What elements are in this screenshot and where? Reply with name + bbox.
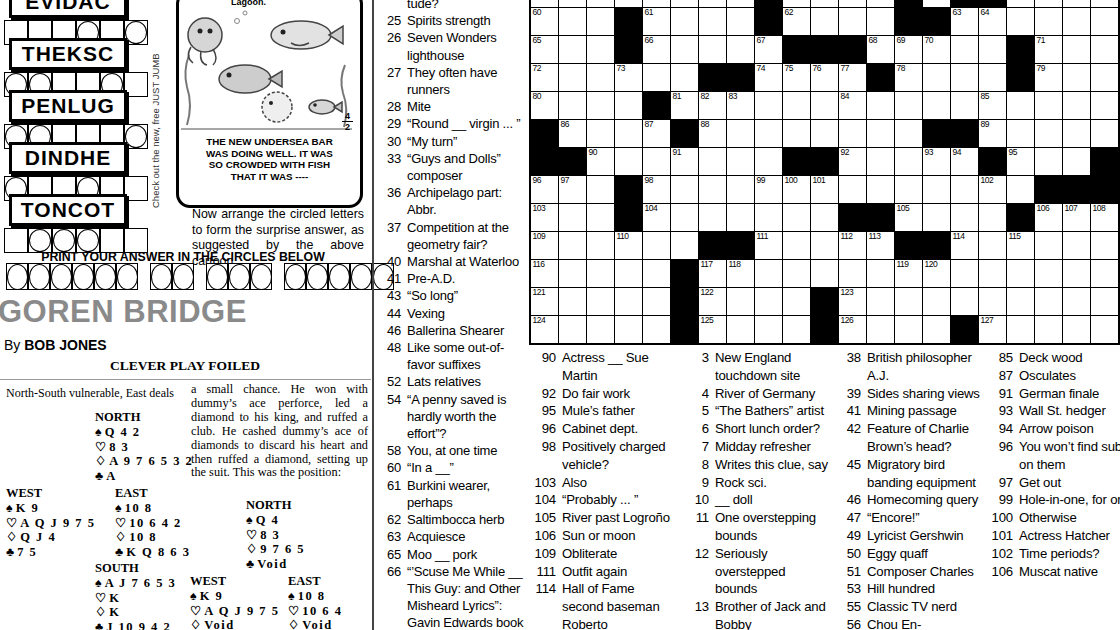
clue-item: 53Hill hundred: [835, 580, 981, 598]
grid-cell[interactable]: 90: [587, 148, 614, 175]
grid-cell[interactable]: [699, 36, 726, 63]
answer-circle-tile[interactable]: [6, 263, 28, 290]
clue-item: 66“’Scuse Me While __ This Guy: and Othe…: [377, 563, 525, 630]
grid-cell[interactable]: [1063, 0, 1090, 7]
grid-cell[interactable]: [1063, 260, 1090, 287]
grid-cell[interactable]: [643, 148, 670, 175]
grid-cell[interactable]: 78: [895, 64, 922, 91]
grid-cell[interactable]: 86: [559, 120, 586, 147]
grid-cell[interactable]: [867, 120, 894, 147]
grid-cell[interactable]: [727, 148, 754, 175]
grid-cell[interactable]: [615, 288, 642, 315]
grid-cell[interactable]: [783, 92, 810, 119]
answer-circle-tile[interactable]: [116, 263, 138, 290]
grid-cell[interactable]: [783, 232, 810, 259]
grid-cell[interactable]: [559, 260, 586, 287]
grid-cell[interactable]: [1063, 8, 1090, 35]
grid-cell[interactable]: [1035, 120, 1062, 147]
grid-cell[interactable]: [811, 120, 838, 147]
grid-cell[interactable]: [615, 316, 642, 343]
grid-cell[interactable]: [783, 120, 810, 147]
grid-cell[interactable]: [895, 176, 922, 203]
grid-cell-number: 94: [953, 148, 961, 157]
grid-cell[interactable]: [531, 0, 558, 7]
grid-cell[interactable]: [559, 8, 586, 35]
grid-cell[interactable]: 106: [1035, 204, 1062, 231]
grid-cell[interactable]: [671, 64, 698, 91]
grid-cell[interactable]: [1063, 232, 1090, 259]
grid-cell[interactable]: [587, 92, 614, 119]
grid-cell[interactable]: [867, 92, 894, 119]
grid-cell[interactable]: [559, 316, 586, 343]
grid-cell[interactable]: 81: [671, 92, 698, 119]
grid-cell[interactable]: [1063, 64, 1090, 91]
grid-cell[interactable]: 127: [979, 316, 1006, 343]
grid-cell[interactable]: 108: [1091, 204, 1118, 231]
jumble-app-promo-strip: Check out the new, free JUST JUMB: [150, 0, 164, 208]
clue-item: 106Muscat native: [987, 563, 1120, 581]
grid-cell[interactable]: [895, 120, 922, 147]
grid-cell[interactable]: [951, 92, 978, 119]
grid-cell[interactable]: 60: [531, 8, 558, 35]
grid-cell[interactable]: [867, 316, 894, 343]
clue-number: 27: [377, 64, 401, 81]
grid-cell[interactable]: [923, 288, 950, 315]
grid-cell[interactable]: [1007, 0, 1034, 7]
grid-cell[interactable]: [811, 204, 838, 231]
grid-cell[interactable]: 80: [531, 92, 558, 119]
grid-cell[interactable]: 72: [531, 64, 558, 91]
grid-cell[interactable]: [587, 64, 614, 91]
grid-cell[interactable]: [1091, 316, 1118, 343]
grid-cell[interactable]: 109: [531, 232, 558, 259]
grid-cell[interactable]: [1035, 92, 1062, 119]
grid-cell[interactable]: [1007, 316, 1034, 343]
bridge-byline: By BOB JONES: [4, 337, 107, 353]
grid-cell[interactable]: 93: [923, 148, 950, 175]
grid-cell[interactable]: [895, 288, 922, 315]
grid-cell[interactable]: [951, 288, 978, 315]
grid-cell[interactable]: [1091, 8, 1118, 35]
grid-cell[interactable]: [671, 176, 698, 203]
grid-cell-black: [615, 176, 642, 203]
grid-cell[interactable]: [671, 36, 698, 63]
grid-cell[interactable]: [1035, 8, 1062, 35]
grid-cell[interactable]: 112: [839, 232, 866, 259]
grid-cell[interactable]: [643, 260, 670, 287]
grid-cell[interactable]: [811, 260, 838, 287]
grid-cell[interactable]: [895, 148, 922, 175]
clue-number: 93: [987, 402, 1013, 420]
jumble-scrambled-word: TONCOT: [9, 194, 127, 226]
grid-cell[interactable]: 97: [559, 176, 586, 203]
grid-cell[interactable]: 120: [923, 260, 950, 287]
grid-cell[interactable]: [979, 64, 1006, 91]
suit-cards: A 9 7 6 5 3 2: [109, 454, 193, 468]
suit-line: ♠10 8: [288, 589, 342, 604]
grid-cell[interactable]: 102: [979, 176, 1006, 203]
grid-cell[interactable]: 118: [727, 260, 754, 287]
clue-text: You won’t find subs on them: [1019, 438, 1120, 474]
grid-cell[interactable]: [1007, 8, 1034, 35]
grid-cell[interactable]: [1091, 0, 1118, 7]
bridge-endgame-east: EAST♠10 8♡10 6 4♢Void: [288, 574, 342, 630]
grid-cell[interactable]: 65: [531, 36, 558, 63]
grid-cell[interactable]: [755, 92, 782, 119]
grid-cell[interactable]: [811, 0, 838, 7]
grid-cell[interactable]: [811, 232, 838, 259]
clue-number: 47: [835, 509, 861, 527]
grid-cell[interactable]: [671, 232, 698, 259]
grid-cell[interactable]: [587, 36, 614, 63]
grid-cell-number: 85: [981, 92, 989, 101]
grid-cell[interactable]: [1035, 288, 1062, 315]
grid-cell[interactable]: [587, 204, 614, 231]
grid-cell[interactable]: [1035, 0, 1062, 7]
grid-cell[interactable]: 70: [923, 36, 950, 63]
grid-cell[interactable]: 95: [1007, 148, 1034, 175]
grid-cell[interactable]: 66: [643, 36, 670, 63]
jumble-print-answer-label: PRINT YOUR ANSWER IN THE CIRCLES BELOW: [0, 250, 366, 264]
grid-cell[interactable]: [867, 148, 894, 175]
grid-cell-black: [979, 148, 1006, 175]
grid-cell-number: 64: [981, 8, 989, 17]
crossword-clue-column: tude?25Spirits strength26Seven Wonders l…: [377, 0, 525, 630]
grid-cell[interactable]: [559, 288, 586, 315]
grid-cell[interactable]: [699, 8, 726, 35]
grid-cell[interactable]: 107: [1063, 204, 1090, 231]
grid-cell[interactable]: 104: [643, 204, 670, 231]
grid-cell[interactable]: [615, 92, 642, 119]
grid-cell[interactable]: 73: [615, 64, 642, 91]
grid-cell[interactable]: [923, 204, 950, 231]
grid-cell[interactable]: [755, 288, 782, 315]
grid-cell[interactable]: 62: [783, 8, 810, 35]
clue-number: 96: [987, 438, 1013, 456]
grid-cell[interactable]: [783, 0, 810, 7]
grid-cell[interactable]: [559, 0, 586, 7]
grid-cell[interactable]: [1035, 260, 1062, 287]
grid-cell[interactable]: [727, 8, 754, 35]
clue-text: Mining passage: [867, 402, 981, 420]
grid-cell[interactable]: 125: [699, 316, 726, 343]
grid-cell[interactable]: 121: [531, 288, 558, 315]
grid-cell[interactable]: [867, 8, 894, 35]
answer-circle-tile[interactable]: [72, 263, 94, 290]
grid-cell[interactable]: [643, 232, 670, 259]
answer-circle-tile[interactable]: [284, 263, 306, 290]
grid-cell[interactable]: [951, 36, 978, 63]
grid-cell[interactable]: [643, 316, 670, 343]
grid-cell[interactable]: 124: [531, 316, 558, 343]
suit-line: ♢Void: [190, 618, 279, 630]
grid-cell[interactable]: 69: [895, 36, 922, 63]
grid-cell[interactable]: [699, 176, 726, 203]
grid-cell[interactable]: [951, 176, 978, 203]
jumble-scrambled-word: THEKSC: [9, 38, 127, 70]
clue-text: Hill hundred: [867, 580, 981, 598]
grid-cell-number: 103: [533, 204, 546, 213]
grid-cell[interactable]: 84: [839, 92, 866, 119]
grid-cell[interactable]: [839, 176, 866, 203]
grid-cell[interactable]: 100: [783, 176, 810, 203]
grid-cell[interactable]: 105: [895, 204, 922, 231]
grid-cell[interactable]: 116: [531, 260, 558, 287]
grid-cell[interactable]: [979, 288, 1006, 315]
answer-circle-tile[interactable]: [250, 263, 272, 290]
grid-cell[interactable]: [895, 316, 922, 343]
grid-cell[interactable]: [755, 120, 782, 147]
clue-item: 91German finale: [987, 385, 1120, 403]
grid-cell[interactable]: [1063, 316, 1090, 343]
grid-cell[interactable]: [671, 0, 698, 7]
grid-cell[interactable]: [839, 120, 866, 147]
grid-cell[interactable]: 113: [867, 232, 894, 259]
suit-cards: 10 8: [129, 530, 157, 544]
answer-circle-tile[interactable]: [306, 263, 328, 290]
grid-cell[interactable]: 68: [867, 36, 894, 63]
suit-cards: Q J 4: [20, 530, 56, 544]
clue-number: 49: [835, 527, 861, 545]
grid-cell[interactable]: [699, 204, 726, 231]
answer-circle-tile[interactable]: [328, 263, 350, 290]
grid-cell[interactable]: [839, 0, 866, 7]
grid-cell[interactable]: [783, 316, 810, 343]
grid-cell[interactable]: [559, 232, 586, 259]
grid-cell[interactable]: [783, 288, 810, 315]
bridge-hand-west: WEST♠K 9♡A Q J 9 7 5♢Q J 4♣7 5: [6, 486, 95, 560]
grid-cell-number: 70: [925, 36, 933, 45]
grid-cell[interactable]: [1091, 288, 1118, 315]
grid-cell[interactable]: [727, 0, 754, 7]
answer-circle-tile[interactable]: [228, 263, 250, 290]
grid-cell-black: [1007, 64, 1034, 91]
grid-cell[interactable]: [783, 204, 810, 231]
grid-cell[interactable]: 98: [643, 176, 670, 203]
grid-cell[interactable]: 122: [699, 288, 726, 315]
grid-cell[interactable]: [727, 120, 754, 147]
grid-cell[interactable]: [727, 36, 754, 63]
clue-item: 9Rock sci.: [683, 474, 829, 492]
grid-cell[interactable]: [699, 148, 726, 175]
grid-cell[interactable]: 76: [811, 64, 838, 91]
grid-cell[interactable]: 89: [979, 120, 1006, 147]
grid-cell[interactable]: 110: [615, 232, 642, 259]
grid-cell[interactable]: 123: [839, 288, 866, 315]
grid-cell[interactable]: 67: [755, 36, 782, 63]
grid-cell[interactable]: [1063, 36, 1090, 63]
grid-cell[interactable]: 77: [839, 64, 866, 91]
grid-cell[interactable]: [1091, 36, 1118, 63]
grid-cell[interactable]: [1035, 148, 1062, 175]
clue-item: 42Feature of Charlie Brown’s head?: [835, 420, 981, 456]
clue-item: 41Pre-A.D.: [377, 270, 525, 287]
grid-cell[interactable]: [643, 288, 670, 315]
answer-circle: [351, 264, 372, 290]
grid-cell-black: [727, 232, 754, 259]
grid-cell[interactable]: [643, 64, 670, 91]
grid-cell[interactable]: 61: [643, 8, 670, 35]
grid-cell[interactable]: [587, 260, 614, 287]
grid-cell[interactable]: [559, 92, 586, 119]
grid-cell[interactable]: [587, 120, 614, 147]
grid-cell[interactable]: [559, 36, 586, 63]
grid-cell[interactable]: [587, 232, 614, 259]
grid-cell[interactable]: [923, 176, 950, 203]
grid-cell-black: [895, 8, 922, 35]
answer-circle-tile[interactable]: [28, 263, 50, 290]
grid-cell[interactable]: [1007, 288, 1034, 315]
clue-number: 9: [683, 474, 709, 492]
grid-cell[interactable]: [867, 288, 894, 315]
grid-cell-number: 87: [645, 120, 653, 129]
grid-cell[interactable]: [587, 0, 614, 7]
grid-cell[interactable]: [587, 316, 614, 343]
grid-cell[interactable]: [755, 316, 782, 343]
answer-circle-tile[interactable]: [94, 263, 116, 290]
clue-text: German finale: [1019, 385, 1120, 403]
grid-cell[interactable]: [1035, 316, 1062, 343]
answer-circle: [251, 264, 272, 290]
grid-cell[interactable]: 99: [755, 176, 782, 203]
suit-cards: K: [109, 605, 120, 619]
grid-cell[interactable]: 101: [811, 176, 838, 203]
grid-cell[interactable]: [1063, 92, 1090, 119]
grid-cell-number: 120: [925, 260, 938, 269]
grid-cell[interactable]: 92: [839, 148, 866, 175]
grid-cell[interactable]: [811, 8, 838, 35]
grid-cell[interactable]: [587, 8, 614, 35]
grid-cell[interactable]: [1007, 92, 1034, 119]
grid-cell[interactable]: 103: [531, 204, 558, 231]
grid-cell[interactable]: 79: [1035, 64, 1062, 91]
answer-circle-group: [150, 263, 194, 290]
grid-cell[interactable]: 83: [727, 92, 754, 119]
answer-circle-tile[interactable]: [50, 263, 72, 290]
grid-cell[interactable]: [615, 260, 642, 287]
suit-icon: ♠: [6, 501, 13, 515]
grid-cell[interactable]: 111: [755, 232, 782, 259]
grid-cell[interactable]: 64: [979, 8, 1006, 35]
clue-item: 26Seven Wonders lighthouse: [377, 29, 525, 63]
grid-cell[interactable]: [1091, 232, 1118, 259]
grid-cell[interactable]: [727, 316, 754, 343]
grid-cell[interactable]: [979, 232, 1006, 259]
grid-cell[interactable]: [615, 148, 642, 175]
grid-cell[interactable]: 117: [699, 260, 726, 287]
answer-circle-tile[interactable]: [350, 263, 372, 290]
grid-cell[interactable]: 114: [951, 232, 978, 259]
grid-cell[interactable]: [923, 316, 950, 343]
grid-cell[interactable]: [1035, 232, 1062, 259]
grid-cell[interactable]: [559, 64, 586, 91]
grid-cell[interactable]: [1007, 260, 1034, 287]
grid-cell[interactable]: [923, 92, 950, 119]
suit-icon: ♡: [246, 528, 257, 542]
grid-cell[interactable]: 75: [783, 64, 810, 91]
grid-cell[interactable]: [867, 0, 894, 7]
grid-cell[interactable]: 63: [951, 8, 978, 35]
grid-cell[interactable]: [1091, 120, 1118, 147]
grid-cell[interactable]: [839, 8, 866, 35]
grid-cell[interactable]: [727, 176, 754, 203]
grid-cell[interactable]: 88: [699, 120, 726, 147]
grid-cell[interactable]: 119: [895, 260, 922, 287]
grid-cell[interactable]: [727, 288, 754, 315]
grid-cell[interactable]: 94: [951, 148, 978, 175]
grid-cell[interactable]: [811, 92, 838, 119]
grid-cell[interactable]: [755, 260, 782, 287]
grid-cell[interactable]: [951, 260, 978, 287]
grid-cell[interactable]: [783, 260, 810, 287]
grid-cell-black: [1007, 36, 1034, 63]
grid-cell[interactable]: [1063, 120, 1090, 147]
grid-cell[interactable]: [951, 204, 978, 231]
grid-cell[interactable]: [839, 260, 866, 287]
grid-cell[interactable]: [615, 0, 642, 7]
grid-cell[interactable]: 85: [979, 92, 1006, 119]
clue-text: Homecoming query: [867, 491, 981, 509]
grid-cell[interactable]: [923, 0, 950, 7]
grid-cell[interactable]: [1091, 64, 1118, 91]
answer-circle-tile[interactable]: [206, 263, 228, 290]
grid-cell[interactable]: [867, 260, 894, 287]
answer-circle-tile[interactable]: [172, 263, 194, 290]
grid-cell[interactable]: [671, 8, 698, 35]
bridge-hand-east: EAST♠10 8♡10 6 4 2♢10 8♣K Q 8 6 3: [115, 486, 190, 560]
grid-cell[interactable]: 71: [1035, 36, 1062, 63]
clue-number: 114: [530, 580, 556, 598]
grid-cell[interactable]: 91: [671, 148, 698, 175]
grid-cell[interactable]: [643, 0, 670, 7]
grid-cell[interactable]: [1091, 260, 1118, 287]
grid-cell[interactable]: [587, 176, 614, 203]
grid-cell[interactable]: 115: [1007, 232, 1034, 259]
grid-cell[interactable]: [895, 92, 922, 119]
grid-cell[interactable]: [1007, 176, 1034, 203]
grid-cell[interactable]: 74: [755, 64, 782, 91]
grid-cell-number: 109: [533, 232, 546, 241]
grid-cell[interactable]: 82: [699, 92, 726, 119]
grid-cell[interactable]: 96: [531, 176, 558, 203]
grid-cell[interactable]: [1063, 148, 1090, 175]
grid-cell[interactable]: [727, 204, 754, 231]
grid-cell[interactable]: [923, 64, 950, 91]
grid-cell[interactable]: 87: [643, 120, 670, 147]
grid-cell[interactable]: [615, 120, 642, 147]
grid-cell[interactable]: [979, 36, 1006, 63]
grid-cell[interactable]: [1091, 92, 1118, 119]
grid-cell[interactable]: [671, 204, 698, 231]
grid-cell[interactable]: [755, 148, 782, 175]
grid-cell[interactable]: [979, 260, 1006, 287]
grid-cell[interactable]: [979, 204, 1006, 231]
grid-cell[interactable]: [951, 64, 978, 91]
suit-icon: ♢: [95, 454, 106, 468]
grid-cell[interactable]: [867, 176, 894, 203]
answer-circle-tile[interactable]: [150, 263, 172, 290]
grid-cell[interactable]: [587, 288, 614, 315]
clue-item: 48Like some out-of-favor suffixes: [377, 339, 525, 373]
grid-cell[interactable]: [1063, 288, 1090, 315]
grid-cell[interactable]: [755, 204, 782, 231]
grid-cell[interactable]: [699, 0, 726, 7]
grid-cell[interactable]: 126: [839, 316, 866, 343]
clue-text: Ballerina Shearer: [407, 322, 525, 339]
grid-cell[interactable]: [559, 204, 586, 231]
grid-cell[interactable]: [1007, 120, 1034, 147]
circled-tile-marker: [53, 229, 75, 252]
